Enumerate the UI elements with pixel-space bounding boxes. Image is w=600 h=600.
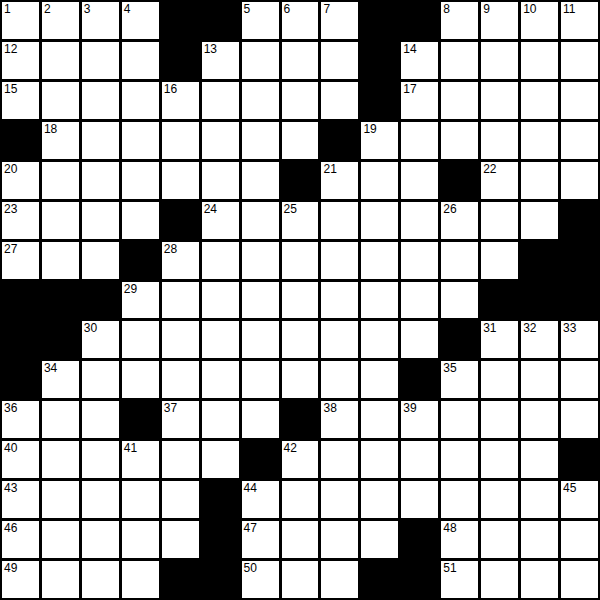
clue-number: 18 (44, 122, 57, 136)
letter-cell[interactable] (441, 282, 478, 319)
block-cell (2, 321, 39, 358)
letter-cell[interactable] (242, 42, 279, 79)
letter-cell[interactable] (162, 162, 199, 199)
block-cell (122, 242, 159, 279)
letter-cell[interactable] (82, 401, 119, 438)
letter-cell[interactable] (242, 162, 279, 199)
letter-cell[interactable] (521, 561, 558, 598)
letter-cell[interactable]: 48 (441, 521, 478, 558)
letter-cell[interactable] (42, 82, 79, 119)
clue-number: 15 (4, 82, 17, 96)
letter-cell[interactable] (361, 202, 398, 239)
letter-cell[interactable] (162, 282, 199, 319)
letter-cell[interactable] (42, 481, 79, 518)
letter-cell[interactable] (481, 441, 518, 478)
block-cell (162, 561, 199, 598)
letter-cell[interactable]: 19 (361, 122, 398, 159)
clue-number: 46 (4, 521, 17, 535)
letter-cell[interactable] (481, 521, 518, 558)
block-cell (2, 361, 39, 398)
clue-number: 12 (4, 42, 17, 56)
letter-cell[interactable] (401, 122, 438, 159)
letter-cell[interactable] (42, 401, 79, 438)
letter-cell[interactable] (361, 321, 398, 358)
letter-cell[interactable]: 11 (561, 2, 598, 39)
letter-cell[interactable] (162, 122, 199, 159)
letter-cell[interactable] (162, 481, 199, 518)
letter-cell[interactable] (122, 122, 159, 159)
block-cell (122, 401, 159, 438)
letter-cell[interactable] (561, 401, 598, 438)
letter-cell[interactable] (521, 401, 558, 438)
block-cell (361, 561, 398, 598)
letter-cell[interactable]: 50 (242, 561, 279, 598)
clue-number: 40 (4, 441, 17, 455)
clue-number: 33 (563, 321, 576, 335)
letter-cell[interactable] (122, 321, 159, 358)
letter-cell[interactable] (521, 162, 558, 199)
letter-cell[interactable]: 26 (441, 202, 478, 239)
block-cell (521, 282, 558, 319)
letter-cell[interactable] (162, 521, 199, 558)
letter-cell[interactable]: 24 (202, 202, 239, 239)
letter-cell[interactable] (481, 82, 518, 119)
letter-cell[interactable] (82, 42, 119, 79)
letter-cell[interactable] (202, 122, 239, 159)
letter-cell[interactable] (561, 561, 598, 598)
clue-number: 22 (483, 162, 496, 176)
letter-cell[interactable] (282, 561, 319, 598)
letter-cell[interactable] (361, 401, 398, 438)
clue-number: 10 (523, 2, 536, 16)
letter-cell[interactable] (202, 242, 239, 279)
letter-cell[interactable] (82, 441, 119, 478)
letter-cell[interactable]: 9 (481, 2, 518, 39)
letter-cell[interactable]: 32 (521, 321, 558, 358)
letter-cell[interactable] (282, 242, 319, 279)
letter-cell[interactable] (122, 361, 159, 398)
letter-cell[interactable] (481, 561, 518, 598)
clue-number: 9 (483, 2, 490, 16)
letter-cell[interactable] (82, 561, 119, 598)
block-cell (162, 42, 199, 79)
letter-cell[interactable]: 36 (2, 401, 39, 438)
letter-cell[interactable] (481, 122, 518, 159)
letter-cell[interactable] (441, 122, 478, 159)
letter-cell[interactable]: 51 (441, 561, 478, 598)
clue-number: 34 (44, 361, 57, 375)
letter-cell[interactable] (521, 122, 558, 159)
block-cell (202, 521, 239, 558)
letter-cell[interactable] (401, 282, 438, 319)
letter-cell[interactable] (361, 481, 398, 518)
letter-cell[interactable] (441, 481, 478, 518)
letter-cell[interactable] (321, 321, 358, 358)
letter-cell[interactable] (202, 282, 239, 319)
letter-cell[interactable] (561, 82, 598, 119)
letter-cell[interactable] (561, 42, 598, 79)
letter-cell[interactable] (321, 481, 358, 518)
letter-cell[interactable]: 22 (481, 162, 518, 199)
block-cell (42, 321, 79, 358)
letter-cell[interactable]: 23 (2, 202, 39, 239)
letter-cell[interactable] (82, 82, 119, 119)
letter-cell[interactable]: 41 (122, 441, 159, 478)
letter-cell[interactable] (561, 122, 598, 159)
letter-cell[interactable]: 43 (2, 481, 39, 518)
letter-cell[interactable] (361, 282, 398, 319)
letter-cell[interactable]: 21 (321, 162, 358, 199)
letter-cell[interactable] (481, 401, 518, 438)
clue-number: 6 (284, 2, 291, 16)
letter-cell[interactable] (42, 202, 79, 239)
letter-cell[interactable]: 49 (2, 561, 39, 598)
letter-cell[interactable] (82, 202, 119, 239)
letter-cell[interactable] (42, 162, 79, 199)
block-cell (82, 282, 119, 319)
letter-cell[interactable] (401, 321, 438, 358)
clue-number: 24 (204, 202, 217, 216)
letter-cell[interactable]: 17 (401, 82, 438, 119)
crossword-board: 1234567891011121314151617181920212223242… (0, 0, 600, 600)
letter-cell[interactable] (122, 42, 159, 79)
block-cell (401, 521, 438, 558)
letter-cell[interactable] (521, 82, 558, 119)
block-cell (441, 321, 478, 358)
letter-cell[interactable] (481, 361, 518, 398)
letter-cell[interactable]: 47 (242, 521, 279, 558)
letter-cell[interactable] (202, 361, 239, 398)
clue-number: 42 (284, 441, 297, 455)
clue-number: 19 (363, 122, 376, 136)
letter-cell[interactable] (82, 242, 119, 279)
clue-number: 38 (323, 401, 336, 415)
letter-cell[interactable]: 2 (42, 2, 79, 39)
letter-cell[interactable]: 27 (2, 242, 39, 279)
letter-cell[interactable]: 15 (2, 82, 39, 119)
letter-cell[interactable] (242, 361, 279, 398)
block-cell (202, 2, 239, 39)
clue-number: 37 (164, 401, 177, 415)
letter-cell[interactable] (321, 282, 358, 319)
letter-cell[interactable]: 13 (202, 42, 239, 79)
clue-number: 50 (244, 561, 257, 575)
block-cell (401, 2, 438, 39)
letter-cell[interactable]: 28 (162, 242, 199, 279)
letter-cell[interactable] (401, 481, 438, 518)
block-cell (361, 2, 398, 39)
clue-number: 47 (244, 521, 257, 535)
letter-cell[interactable] (561, 521, 598, 558)
letter-cell[interactable] (282, 521, 319, 558)
letter-cell[interactable]: 33 (561, 321, 598, 358)
clue-number: 29 (124, 282, 137, 296)
letter-cell[interactable] (282, 321, 319, 358)
letter-cell[interactable]: 14 (401, 42, 438, 79)
letter-cell[interactable] (242, 401, 279, 438)
letter-cell[interactable] (242, 202, 279, 239)
letter-cell[interactable] (521, 441, 558, 478)
clue-number: 16 (164, 82, 177, 96)
letter-cell[interactable] (401, 162, 438, 199)
block-cell (561, 242, 598, 279)
letter-cell[interactable] (521, 42, 558, 79)
letter-cell[interactable]: 3 (82, 2, 119, 39)
letter-cell[interactable]: 12 (2, 42, 39, 79)
letter-cell[interactable]: 40 (2, 441, 39, 478)
block-cell (401, 361, 438, 398)
letter-cell[interactable]: 16 (162, 82, 199, 119)
letter-cell[interactable] (122, 82, 159, 119)
letter-cell[interactable]: 6 (282, 2, 319, 39)
clue-number: 5 (244, 2, 251, 16)
letter-cell[interactable] (481, 202, 518, 239)
letter-cell[interactable] (162, 321, 199, 358)
letter-cell[interactable]: 29 (122, 282, 159, 319)
letter-cell[interactable] (441, 82, 478, 119)
letter-cell[interactable]: 18 (42, 122, 79, 159)
letter-cell[interactable] (122, 202, 159, 239)
clue-number: 3 (84, 2, 91, 16)
letter-cell[interactable] (361, 441, 398, 478)
letter-cell[interactable] (321, 202, 358, 239)
letter-cell[interactable] (361, 162, 398, 199)
letter-cell[interactable] (122, 561, 159, 598)
clue-number: 35 (443, 361, 456, 375)
letter-cell[interactable] (441, 401, 478, 438)
letter-cell[interactable] (82, 361, 119, 398)
letter-cell[interactable] (202, 82, 239, 119)
letter-cell[interactable]: 31 (481, 321, 518, 358)
letter-cell[interactable]: 44 (242, 481, 279, 518)
block-cell (481, 282, 518, 319)
letter-cell[interactable] (321, 82, 358, 119)
block-cell (282, 162, 319, 199)
letter-cell[interactable] (481, 242, 518, 279)
block-cell (162, 2, 199, 39)
clue-number: 4 (124, 2, 131, 16)
letter-cell[interactable] (242, 321, 279, 358)
block-cell (2, 282, 39, 319)
letter-cell[interactable] (481, 42, 518, 79)
letter-cell[interactable] (202, 162, 239, 199)
letter-cell[interactable] (202, 441, 239, 478)
block-cell (561, 441, 598, 478)
letter-cell[interactable]: 7 (321, 2, 358, 39)
clue-number: 49 (4, 561, 17, 575)
letter-cell[interactable]: 20 (2, 162, 39, 199)
letter-cell[interactable]: 42 (282, 441, 319, 478)
block-cell (561, 282, 598, 319)
letter-cell[interactable] (282, 82, 319, 119)
clue-number: 44 (244, 481, 257, 495)
letter-cell[interactable] (441, 441, 478, 478)
letter-cell[interactable]: 45 (561, 481, 598, 518)
clue-number: 23 (4, 202, 17, 216)
clue-number: 14 (403, 42, 416, 56)
clue-number: 17 (403, 82, 416, 96)
letter-cell[interactable] (42, 521, 79, 558)
clue-number: 2 (44, 2, 51, 16)
letter-cell[interactable] (162, 441, 199, 478)
letter-cell[interactable] (242, 242, 279, 279)
clue-number: 30 (84, 321, 97, 335)
letter-cell[interactable] (202, 401, 239, 438)
letter-cell[interactable] (82, 521, 119, 558)
letter-cell[interactable] (321, 42, 358, 79)
letter-cell[interactable]: 35 (441, 361, 478, 398)
letter-cell[interactable]: 39 (401, 401, 438, 438)
letter-cell[interactable] (401, 242, 438, 279)
letter-cell[interactable] (361, 242, 398, 279)
clue-number: 26 (443, 202, 456, 216)
block-cell (561, 202, 598, 239)
letter-cell[interactable] (282, 42, 319, 79)
clue-number: 11 (563, 2, 575, 16)
letter-cell[interactable] (321, 561, 358, 598)
letter-cell[interactable] (521, 521, 558, 558)
letter-cell[interactable] (82, 162, 119, 199)
letter-cell[interactable] (162, 361, 199, 398)
letter-cell[interactable] (521, 481, 558, 518)
letter-cell[interactable] (82, 122, 119, 159)
letter-cell[interactable] (122, 521, 159, 558)
block-cell (202, 481, 239, 518)
letter-cell[interactable] (122, 162, 159, 199)
letter-cell[interactable] (82, 481, 119, 518)
clue-number: 20 (4, 162, 17, 176)
letter-cell[interactable] (42, 441, 79, 478)
block-cell (361, 42, 398, 79)
letter-cell[interactable]: 4 (122, 2, 159, 39)
letter-cell[interactable] (202, 321, 239, 358)
clue-number: 45 (563, 481, 576, 495)
block-cell (42, 282, 79, 319)
letter-cell[interactable] (361, 521, 398, 558)
clue-number: 21 (323, 162, 336, 176)
block-cell (321, 122, 358, 159)
clue-number: 39 (403, 401, 416, 415)
letter-cell[interactable] (521, 202, 558, 239)
letter-cell[interactable] (282, 481, 319, 518)
clue-number: 51 (443, 561, 456, 575)
letter-cell[interactable] (321, 361, 358, 398)
block-cell (361, 82, 398, 119)
letter-cell[interactable]: 1 (2, 2, 39, 39)
clue-number: 41 (124, 441, 137, 455)
letter-cell[interactable] (441, 242, 478, 279)
clue-number: 31 (483, 321, 496, 335)
letter-cell[interactable] (321, 242, 358, 279)
letter-cell[interactable]: 10 (521, 2, 558, 39)
letter-cell[interactable] (242, 82, 279, 119)
block-cell (441, 162, 478, 199)
letter-cell[interactable]: 25 (282, 202, 319, 239)
letter-cell[interactable] (321, 521, 358, 558)
letter-cell[interactable]: 37 (162, 401, 199, 438)
block-cell (521, 242, 558, 279)
block-cell (162, 202, 199, 239)
clue-number: 48 (443, 521, 456, 535)
block-cell (401, 561, 438, 598)
clue-number: 25 (284, 202, 297, 216)
letter-cell[interactable] (282, 361, 319, 398)
letter-cell[interactable] (122, 481, 159, 518)
block-cell (2, 122, 39, 159)
block-cell (242, 441, 279, 478)
letter-cell[interactable] (401, 202, 438, 239)
clue-number: 36 (4, 401, 17, 415)
clue-number: 32 (523, 321, 536, 335)
letter-cell[interactable] (42, 561, 79, 598)
letter-cell[interactable]: 8 (441, 2, 478, 39)
clue-number: 27 (4, 242, 17, 256)
letter-cell[interactable] (282, 122, 319, 159)
letter-cell[interactable] (242, 282, 279, 319)
block-cell (202, 561, 239, 598)
letter-cell[interactable] (561, 162, 598, 199)
letter-cell[interactable] (242, 122, 279, 159)
letter-cell[interactable]: 5 (242, 2, 279, 39)
letter-cell[interactable] (282, 282, 319, 319)
letter-cell[interactable] (321, 441, 358, 478)
letter-cell[interactable] (521, 361, 558, 398)
letter-cell[interactable]: 38 (321, 401, 358, 438)
letter-cell[interactable]: 46 (2, 521, 39, 558)
letter-cell[interactable] (441, 42, 478, 79)
letter-cell[interactable] (561, 361, 598, 398)
clue-number: 8 (443, 2, 450, 16)
letter-cell[interactable] (42, 42, 79, 79)
letter-cell[interactable]: 34 (42, 361, 79, 398)
clue-number: 28 (164, 242, 177, 256)
letter-cell[interactable] (42, 242, 79, 279)
letter-cell[interactable]: 30 (82, 321, 119, 358)
clue-number: 1 (4, 2, 11, 16)
clue-number: 13 (204, 42, 217, 56)
block-cell (282, 401, 319, 438)
clue-number: 7 (323, 2, 330, 16)
clue-number: 43 (4, 481, 17, 495)
letter-cell[interactable] (361, 361, 398, 398)
letter-cell[interactable] (401, 441, 438, 478)
letter-cell[interactable] (481, 481, 518, 518)
